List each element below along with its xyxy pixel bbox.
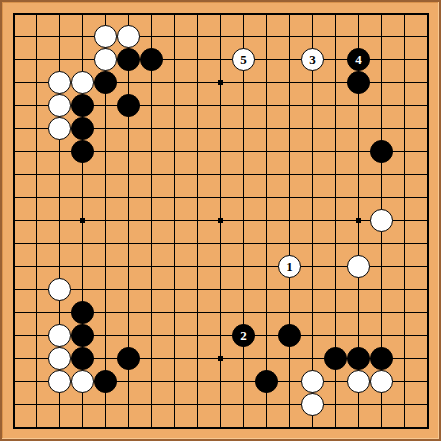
board-intersection[interactable] [2, 163, 25, 186]
board-intersection[interactable] [255, 2, 278, 25]
board-intersection[interactable] [2, 94, 25, 117]
board-intersection[interactable] [94, 347, 117, 370]
board-intersection[interactable] [25, 416, 48, 439]
board-intersection[interactable] [416, 324, 439, 347]
board-intersection[interactable] [94, 232, 117, 255]
board-intersection[interactable] [163, 301, 186, 324]
board-intersection[interactable] [140, 370, 163, 393]
board-intersection[interactable] [232, 347, 255, 370]
board-intersection[interactable] [255, 48, 278, 71]
board-intersection[interactable] [232, 186, 255, 209]
board-intersection[interactable] [393, 94, 416, 117]
board-intersection[interactable] [140, 301, 163, 324]
board-intersection[interactable] [186, 393, 209, 416]
board-intersection[interactable] [94, 25, 117, 48]
board-intersection[interactable] [140, 94, 163, 117]
board-intersection[interactable] [278, 370, 301, 393]
board-intersection[interactable] [301, 324, 324, 347]
board-intersection[interactable] [232, 370, 255, 393]
board-intersection[interactable] [117, 393, 140, 416]
board-intersection[interactable] [324, 163, 347, 186]
board-intersection[interactable] [301, 117, 324, 140]
board-intersection[interactable] [232, 278, 255, 301]
board-intersection[interactable] [71, 25, 94, 48]
board-intersection[interactable] [186, 186, 209, 209]
board-intersection[interactable] [209, 278, 232, 301]
board-intersection[interactable] [117, 347, 140, 370]
board-intersection[interactable] [140, 117, 163, 140]
board-intersection[interactable] [416, 71, 439, 94]
board-intersection[interactable] [186, 71, 209, 94]
board-intersection[interactable] [71, 209, 94, 232]
board-intersection[interactable] [370, 393, 393, 416]
board-intersection[interactable] [71, 255, 94, 278]
board-intersection[interactable] [324, 94, 347, 117]
board-intersection[interactable] [347, 255, 370, 278]
board-intersection[interactable] [301, 71, 324, 94]
board-intersection[interactable] [186, 25, 209, 48]
board-intersection[interactable] [25, 301, 48, 324]
board-intersection[interactable] [2, 255, 25, 278]
board-intersection[interactable] [48, 2, 71, 25]
board-intersection[interactable] [255, 301, 278, 324]
board-intersection[interactable] [324, 140, 347, 163]
board-intersection[interactable] [301, 370, 324, 393]
board-intersection[interactable] [25, 324, 48, 347]
board-intersection[interactable] [186, 416, 209, 439]
board-intersection[interactable] [117, 232, 140, 255]
board-intersection[interactable] [278, 416, 301, 439]
board-intersection[interactable] [416, 347, 439, 370]
board-intersection[interactable] [163, 255, 186, 278]
board-intersection[interactable] [2, 347, 25, 370]
board-intersection[interactable]: 5 [232, 48, 255, 71]
board-intersection[interactable] [71, 347, 94, 370]
board-intersection[interactable]: 4 [347, 48, 370, 71]
board-intersection[interactable] [186, 2, 209, 25]
board-intersection[interactable] [301, 186, 324, 209]
board-intersection[interactable] [278, 71, 301, 94]
board-intersection[interactable] [186, 117, 209, 140]
board-intersection[interactable] [117, 117, 140, 140]
board-intersection[interactable] [232, 393, 255, 416]
board-intersection[interactable] [209, 232, 232, 255]
board-intersection[interactable] [416, 94, 439, 117]
board-intersection[interactable] [393, 301, 416, 324]
board-intersection[interactable] [2, 48, 25, 71]
board-intersection[interactable] [347, 2, 370, 25]
board-intersection[interactable] [2, 393, 25, 416]
board-intersection[interactable] [94, 163, 117, 186]
board-intersection[interactable] [209, 301, 232, 324]
board-intersection[interactable] [140, 48, 163, 71]
board-intersection[interactable] [255, 278, 278, 301]
board-intersection[interactable] [48, 163, 71, 186]
board-intersection[interactable] [278, 347, 301, 370]
board-intersection[interactable] [232, 416, 255, 439]
board-intersection[interactable] [416, 48, 439, 71]
board-intersection[interactable] [393, 25, 416, 48]
board-intersection[interactable] [2, 209, 25, 232]
board-intersection[interactable] [347, 140, 370, 163]
board-intersection[interactable] [278, 140, 301, 163]
board-intersection[interactable] [370, 416, 393, 439]
board-intersection[interactable] [324, 255, 347, 278]
board-intersection[interactable] [140, 278, 163, 301]
board-intersection[interactable] [301, 347, 324, 370]
board-intersection[interactable] [209, 324, 232, 347]
board-intersection[interactable] [255, 71, 278, 94]
board-intersection[interactable] [94, 301, 117, 324]
board-intersection[interactable] [232, 163, 255, 186]
board-intersection[interactable] [370, 232, 393, 255]
board-intersection[interactable] [255, 393, 278, 416]
board-intersection[interactable] [2, 301, 25, 324]
board-intersection[interactable] [48, 255, 71, 278]
board-intersection[interactable] [347, 347, 370, 370]
board-intersection[interactable] [140, 25, 163, 48]
board-intersection[interactable] [71, 2, 94, 25]
board-intersection[interactable] [25, 94, 48, 117]
board-intersection[interactable] [163, 140, 186, 163]
board-intersection[interactable] [94, 209, 117, 232]
board-intersection[interactable] [163, 71, 186, 94]
board-intersection[interactable] [347, 278, 370, 301]
board-intersection[interactable] [324, 71, 347, 94]
board-intersection[interactable] [25, 2, 48, 25]
board-intersection[interactable] [209, 25, 232, 48]
board-intersection[interactable] [117, 2, 140, 25]
board-intersection[interactable] [2, 416, 25, 439]
board-intersection[interactable] [347, 301, 370, 324]
board-intersection[interactable] [278, 94, 301, 117]
board-intersection[interactable] [370, 48, 393, 71]
board-intersection[interactable] [370, 324, 393, 347]
board-intersection[interactable] [48, 140, 71, 163]
board-intersection[interactable] [94, 117, 117, 140]
board-intersection[interactable] [25, 71, 48, 94]
board-intersection[interactable] [117, 209, 140, 232]
board-intersection[interactable] [209, 48, 232, 71]
board-intersection[interactable] [48, 71, 71, 94]
board-intersection[interactable] [232, 255, 255, 278]
board-intersection[interactable] [71, 48, 94, 71]
board-intersection[interactable] [186, 255, 209, 278]
board-intersection[interactable] [2, 2, 25, 25]
board-intersection[interactable] [94, 324, 117, 347]
board-intersection[interactable] [25, 209, 48, 232]
board-intersection[interactable] [255, 209, 278, 232]
board-intersection[interactable] [48, 48, 71, 71]
board-intersection[interactable] [370, 209, 393, 232]
board-intersection[interactable] [347, 324, 370, 347]
board-intersection[interactable] [48, 25, 71, 48]
board-intersection[interactable] [370, 25, 393, 48]
board-intersection[interactable] [209, 209, 232, 232]
board-intersection[interactable] [393, 278, 416, 301]
board-intersection[interactable] [370, 278, 393, 301]
board-intersection[interactable] [71, 71, 94, 94]
board-intersection[interactable] [416, 163, 439, 186]
board-intersection[interactable]: 3 [301, 48, 324, 71]
board-intersection[interactable] [140, 71, 163, 94]
board-intersection[interactable] [94, 370, 117, 393]
board-intersection[interactable] [370, 255, 393, 278]
board-intersection[interactable] [347, 209, 370, 232]
board-intersection[interactable] [71, 324, 94, 347]
board-intersection[interactable] [232, 94, 255, 117]
board-intersection[interactable] [301, 140, 324, 163]
board-intersection[interactable] [370, 163, 393, 186]
board-intersection[interactable] [324, 48, 347, 71]
board-intersection[interactable] [117, 255, 140, 278]
board-intersection[interactable] [48, 232, 71, 255]
board-intersection[interactable] [347, 117, 370, 140]
board-intersection[interactable] [301, 94, 324, 117]
board-intersection[interactable] [393, 393, 416, 416]
board-intersection[interactable] [370, 370, 393, 393]
board-intersection[interactable] [209, 370, 232, 393]
board-intersection[interactable] [48, 186, 71, 209]
board-intersection[interactable] [255, 255, 278, 278]
board-intersection[interactable] [255, 416, 278, 439]
board-intersection[interactable] [324, 2, 347, 25]
board-intersection[interactable] [370, 71, 393, 94]
board-intersection[interactable] [94, 2, 117, 25]
board-intersection[interactable] [347, 370, 370, 393]
board-intersection[interactable] [2, 324, 25, 347]
board-intersection[interactable] [416, 209, 439, 232]
board-intersection[interactable] [117, 140, 140, 163]
board-intersection[interactable] [140, 255, 163, 278]
board-intersection[interactable] [117, 48, 140, 71]
board-intersection[interactable] [117, 25, 140, 48]
board-intersection[interactable] [209, 163, 232, 186]
board-intersection[interactable] [255, 140, 278, 163]
board-intersection[interactable] [232, 232, 255, 255]
board-intersection[interactable] [255, 163, 278, 186]
board-intersection[interactable] [416, 278, 439, 301]
board-intersection[interactable] [94, 71, 117, 94]
board-intersection[interactable] [393, 140, 416, 163]
board-intersection[interactable] [186, 48, 209, 71]
board-intersection[interactable] [324, 25, 347, 48]
board-intersection[interactable] [416, 186, 439, 209]
board-intersection[interactable] [117, 324, 140, 347]
board-intersection[interactable] [186, 94, 209, 117]
board-intersection[interactable] [278, 186, 301, 209]
board-intersection[interactable] [255, 25, 278, 48]
board-intersection[interactable] [94, 416, 117, 439]
board-intersection[interactable] [117, 416, 140, 439]
board-intersection[interactable] [186, 232, 209, 255]
board-intersection[interactable] [71, 186, 94, 209]
board-intersection[interactable] [278, 209, 301, 232]
board-intersection[interactable] [209, 255, 232, 278]
board-intersection[interactable] [94, 278, 117, 301]
board-intersection[interactable] [370, 2, 393, 25]
board-intersection[interactable] [232, 2, 255, 25]
board-intersection[interactable] [209, 94, 232, 117]
board-intersection[interactable] [25, 186, 48, 209]
board-intersection[interactable] [370, 186, 393, 209]
board-intersection[interactable] [48, 324, 71, 347]
board-intersection[interactable] [186, 278, 209, 301]
board-intersection[interactable] [71, 117, 94, 140]
board-intersection[interactable] [255, 347, 278, 370]
board-intersection[interactable] [324, 278, 347, 301]
board-intersection[interactable] [117, 278, 140, 301]
board-intersection[interactable] [48, 416, 71, 439]
board-intersection[interactable] [71, 393, 94, 416]
board-intersection[interactable] [2, 25, 25, 48]
board-intersection[interactable] [163, 94, 186, 117]
board-intersection[interactable] [140, 2, 163, 25]
board-intersection[interactable] [347, 71, 370, 94]
board-intersection[interactable] [416, 301, 439, 324]
board-intersection[interactable] [140, 232, 163, 255]
board-intersection[interactable] [370, 347, 393, 370]
board-intersection[interactable] [393, 416, 416, 439]
board-intersection[interactable] [163, 117, 186, 140]
board-intersection[interactable] [94, 255, 117, 278]
board-intersection[interactable] [255, 324, 278, 347]
board-intersection[interactable] [209, 71, 232, 94]
board-intersection[interactable] [25, 232, 48, 255]
board-intersection[interactable] [370, 117, 393, 140]
board-intersection[interactable] [301, 301, 324, 324]
board-intersection[interactable] [71, 278, 94, 301]
board-intersection[interactable] [163, 232, 186, 255]
board-intersection[interactable] [278, 25, 301, 48]
board-intersection[interactable] [416, 232, 439, 255]
board-intersection[interactable] [48, 393, 71, 416]
board-intersection[interactable] [278, 393, 301, 416]
board-intersection[interactable] [324, 393, 347, 416]
board-intersection[interactable] [2, 278, 25, 301]
board-intersection[interactable] [393, 71, 416, 94]
board-intersection[interactable] [324, 209, 347, 232]
board-intersection[interactable] [163, 209, 186, 232]
board-intersection[interactable] [140, 163, 163, 186]
board-intersection[interactable] [163, 2, 186, 25]
board-intersection[interactable] [416, 255, 439, 278]
board-intersection[interactable] [25, 163, 48, 186]
board-intersection[interactable] [324, 370, 347, 393]
board-intersection[interactable] [94, 48, 117, 71]
board-intersection[interactable] [25, 48, 48, 71]
board-intersection[interactable] [71, 301, 94, 324]
board-intersection[interactable] [117, 186, 140, 209]
board-intersection[interactable] [140, 209, 163, 232]
board-intersection[interactable] [117, 301, 140, 324]
board-intersection[interactable] [232, 209, 255, 232]
board-intersection[interactable] [278, 278, 301, 301]
board-intersection[interactable] [2, 186, 25, 209]
board-intersection[interactable] [232, 117, 255, 140]
board-intersection[interactable] [48, 347, 71, 370]
board-intersection[interactable] [71, 370, 94, 393]
board-intersection[interactable] [209, 416, 232, 439]
board-intersection[interactable] [301, 25, 324, 48]
board-intersection[interactable] [393, 347, 416, 370]
board-intersection[interactable] [186, 347, 209, 370]
board-intersection[interactable] [71, 232, 94, 255]
board-intersection[interactable] [209, 186, 232, 209]
board-intersection[interactable] [117, 163, 140, 186]
board-intersection[interactable] [416, 416, 439, 439]
board-intersection[interactable] [393, 232, 416, 255]
board-intersection[interactable] [48, 370, 71, 393]
board-intersection[interactable] [94, 94, 117, 117]
board-intersection[interactable] [370, 301, 393, 324]
board-intersection[interactable]: 2 [232, 324, 255, 347]
board-intersection[interactable] [117, 71, 140, 94]
board-intersection[interactable] [140, 186, 163, 209]
board-intersection[interactable] [2, 117, 25, 140]
board-intersection[interactable] [416, 117, 439, 140]
board-intersection[interactable] [278, 301, 301, 324]
board-intersection[interactable] [347, 232, 370, 255]
board-intersection[interactable] [186, 163, 209, 186]
board-intersection[interactable] [347, 186, 370, 209]
board-intersection[interactable] [324, 416, 347, 439]
board-intersection[interactable] [301, 255, 324, 278]
board-intersection[interactable] [209, 140, 232, 163]
board-intersection[interactable] [25, 140, 48, 163]
board-intersection[interactable] [163, 25, 186, 48]
board-intersection[interactable] [140, 324, 163, 347]
board-intersection[interactable] [25, 117, 48, 140]
board-intersection[interactable] [278, 117, 301, 140]
board-intersection[interactable] [163, 347, 186, 370]
board-intersection[interactable] [255, 94, 278, 117]
board-intersection[interactable] [48, 117, 71, 140]
board-intersection[interactable] [25, 347, 48, 370]
board-intersection[interactable] [163, 324, 186, 347]
board-intersection[interactable] [232, 71, 255, 94]
board-intersection[interactable] [416, 140, 439, 163]
board-intersection[interactable] [301, 232, 324, 255]
board-intersection[interactable] [393, 163, 416, 186]
board-intersection[interactable] [94, 186, 117, 209]
board-intersection[interactable] [2, 140, 25, 163]
board-intersection[interactable] [163, 370, 186, 393]
board-intersection[interactable] [71, 416, 94, 439]
board-intersection[interactable]: 1 [278, 255, 301, 278]
board-intersection[interactable] [347, 25, 370, 48]
board-intersection[interactable] [393, 209, 416, 232]
board-intersection[interactable] [255, 186, 278, 209]
board-intersection[interactable] [347, 163, 370, 186]
board-intersection[interactable] [140, 140, 163, 163]
board-intersection[interactable] [347, 94, 370, 117]
board-intersection[interactable] [209, 2, 232, 25]
board-intersection[interactable] [393, 117, 416, 140]
board-intersection[interactable] [370, 140, 393, 163]
board-intersection[interactable] [232, 140, 255, 163]
board-intersection[interactable] [25, 255, 48, 278]
board-intersection[interactable] [255, 370, 278, 393]
board-intersection[interactable] [301, 416, 324, 439]
board-intersection[interactable] [347, 393, 370, 416]
board-intersection[interactable] [416, 25, 439, 48]
board-intersection[interactable] [255, 117, 278, 140]
board-intersection[interactable] [393, 324, 416, 347]
board-intersection[interactable] [232, 301, 255, 324]
board-intersection[interactable] [278, 163, 301, 186]
board-intersection[interactable] [370, 94, 393, 117]
